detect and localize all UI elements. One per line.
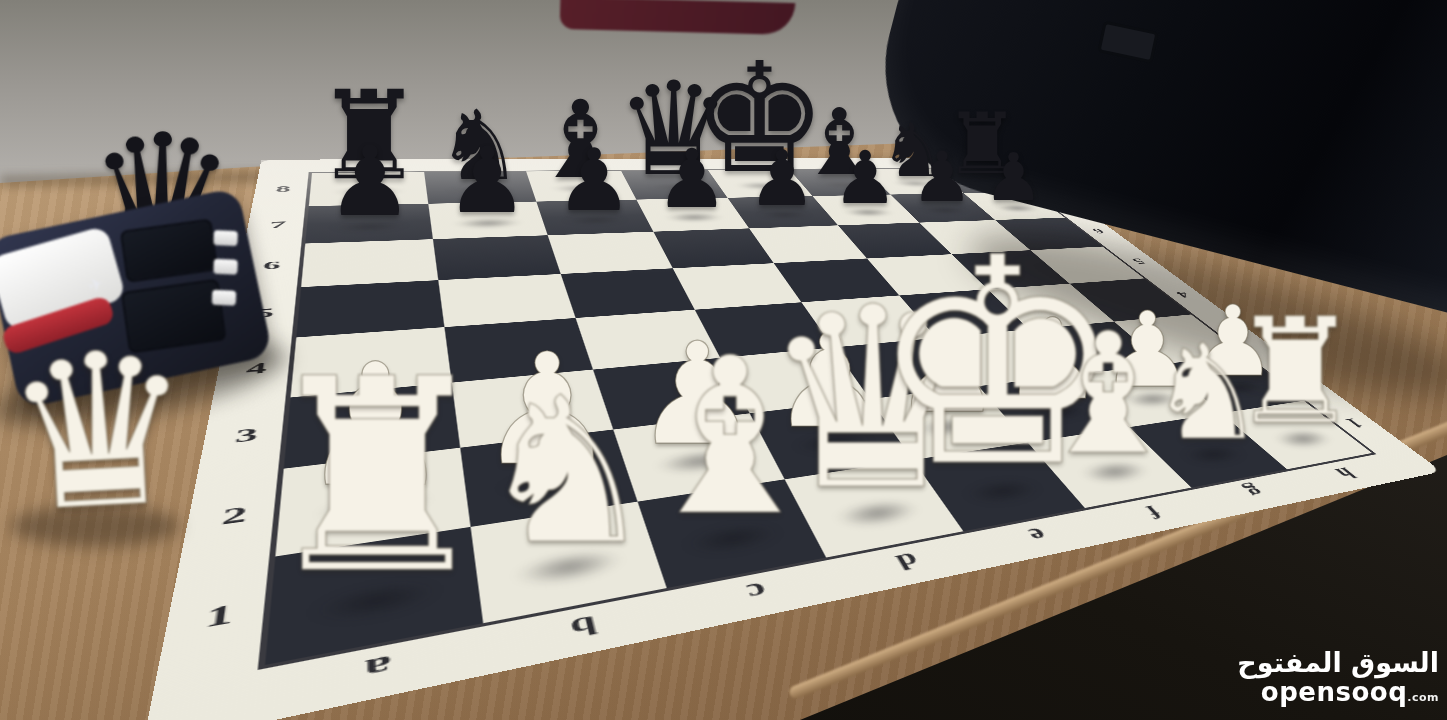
clock-button-1	[213, 230, 238, 246]
clock-button-3	[212, 290, 237, 306]
rank-label-left-7: 7	[257, 219, 297, 231]
watermark-brand: opensooq.com	[1237, 678, 1439, 708]
rank-label-left-6: 6	[250, 259, 293, 274]
maroon-pillow	[560, 0, 796, 35]
clock-display-1	[120, 218, 218, 282]
watermark-suffix: .com	[1407, 691, 1439, 704]
clock-button-2	[213, 259, 238, 275]
watermark: السوق المفتوح opensooq.com	[1237, 647, 1439, 708]
rank-label-left-8: 8	[264, 184, 301, 194]
watermark-arabic: السوق المفتوح	[1237, 647, 1439, 678]
listing-photo: 8765432112345678abcdefgh ♜♞♝♛♚♝♞♜♟♟♟♟♟♟♟…	[0, 0, 1447, 720]
extra-white-queen: ♛	[0, 321, 199, 543]
